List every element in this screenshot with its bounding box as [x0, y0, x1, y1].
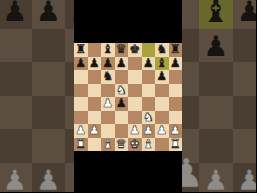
bg-square [233, 29, 257, 63]
square-f7: ♟ [142, 57, 156, 71]
square-g2: ♟ [155, 124, 169, 138]
letterbox-bottom [74, 151, 182, 192]
square-g1 [155, 138, 169, 152]
black-pawn-g6: ♟ [156, 70, 167, 84]
bg-black-pawn-icon: ♟ [199, 31, 233, 65]
square-h4 [169, 97, 183, 111]
square-a6 [74, 70, 88, 84]
bg-square [0, 129, 32, 163]
square-f5 [142, 84, 156, 98]
square-b1 [88, 138, 102, 152]
square-b5 [88, 84, 102, 98]
white-bishop-f1: ♝ [143, 137, 154, 151]
square-c1: ♝ [101, 138, 115, 152]
black-pawn-b7: ♟ [89, 56, 100, 70]
square-a4 [74, 97, 88, 111]
square-g5 [155, 84, 169, 98]
square-d1: ♛ [115, 138, 129, 152]
square-b7: ♟ [88, 57, 102, 71]
bg-square [0, 29, 32, 63]
bg-square [233, 62, 257, 96]
white-rook-a1: ♜ [75, 137, 86, 151]
bg-square [32, 62, 66, 96]
square-d7: ♟ [115, 57, 129, 71]
square-b2: ♟ [88, 124, 102, 138]
bg-square [0, 96, 32, 130]
square-f1: ♝ [142, 138, 156, 152]
bg-square [233, 96, 257, 130]
white-pawn-c4: ♟ [102, 97, 113, 111]
video-strip[interactable]: ♜♝♛♚♞♜♟♟♟♟♟♝♟♞♟♞♟♟♞♟♟♟♟♟♟♜♝♛♚♝♜ [74, 0, 182, 192]
square-c3 [101, 111, 115, 125]
white-queen-d1: ♛ [116, 137, 127, 151]
bg-square [32, 29, 66, 63]
square-a5 [74, 84, 88, 98]
black-pawn-d7: ♟ [116, 56, 127, 70]
black-pawn-c7: ♟ [102, 56, 113, 70]
square-e1: ♚ [128, 138, 142, 152]
square-e6 [128, 70, 142, 84]
bg-square [0, 62, 32, 96]
square-e5 [128, 84, 142, 98]
black-queen-d8: ♛ [116, 43, 127, 57]
square-h5 [169, 84, 183, 98]
square-e8: ♚ [128, 43, 142, 57]
white-knight-d5: ♞ [116, 83, 127, 97]
bg-square [199, 62, 233, 96]
bg-square [32, 129, 66, 163]
square-g6: ♟ [155, 70, 169, 84]
bg-gray-pawn-icon: ♟ [199, 165, 233, 193]
bg-black-pawn-icon: ♟ [32, 0, 66, 29]
bg-black-bishop-icon: ♝ [199, 0, 233, 29]
black-pawn-d4: ♟ [116, 97, 127, 111]
square-d4: ♟ [115, 97, 129, 111]
bg-black-pawn-icon: ♟ [0, 0, 32, 29]
black-pawn-h7: ♟ [170, 56, 181, 70]
bg-gray-pawn-icon: ♟ [233, 165, 257, 193]
chess-board: ♜♝♛♚♞♜♟♟♟♟♟♝♟♞♟♞♟♟♞♟♟♟♟♟♟♜♝♛♚♝♜ [74, 43, 182, 151]
black-king-e8: ♚ [129, 43, 140, 57]
white-rook-h1: ♜ [170, 137, 181, 151]
square-h7: ♟ [169, 57, 183, 71]
square-b4 [88, 97, 102, 111]
square-e7 [128, 57, 142, 71]
square-f6 [142, 70, 156, 84]
bg-square [233, 129, 257, 163]
square-c6: ♞ [101, 70, 115, 84]
white-pawn-b2: ♟ [89, 124, 100, 138]
bg-black-pawn-icon: ♟ [233, 0, 257, 29]
black-knight-c6: ♞ [102, 70, 113, 84]
black-pawn-a7: ♟ [75, 56, 86, 70]
white-pawn-a2: ♟ [75, 124, 86, 138]
square-b6 [88, 70, 102, 84]
bg-square [32, 96, 66, 130]
black-bishop-c8: ♝ [102, 43, 113, 57]
white-pawn-h2: ♟ [170, 124, 181, 138]
square-a1: ♜ [74, 138, 88, 152]
white-pawn-f2: ♟ [143, 124, 154, 138]
bg-square [199, 96, 233, 130]
black-bishop-g7: ♝ [156, 56, 167, 70]
square-e4 [128, 97, 142, 111]
white-pawn-e2: ♟ [129, 124, 140, 138]
square-h6 [169, 70, 183, 84]
bg-gray-pawn-icon: ♟ [0, 165, 32, 193]
video-frame: ♟♟♟♝♟♟♟♟♟♟♟ ♜♝♛♚♞♜♟♟♟♟♟♝♟♞♟♞♟♟♞♟♟♟♟♟♟♜♝♛… [0, 0, 256, 192]
black-rook-a8: ♜ [75, 43, 86, 57]
white-bishop-c1: ♝ [102, 137, 113, 151]
black-pawn-f7: ♟ [143, 56, 154, 70]
square-h1: ♜ [169, 138, 183, 152]
square-c4: ♟ [101, 97, 115, 111]
white-pawn-g2: ♟ [156, 124, 167, 138]
white-knight-f3: ♞ [143, 110, 154, 124]
black-rook-h8: ♜ [170, 43, 181, 57]
black-knight-g8: ♞ [156, 43, 167, 57]
square-g4 [155, 97, 169, 111]
square-d3 [115, 111, 129, 125]
bg-gray-pawn-icon: ♟ [32, 165, 66, 193]
white-king-e1: ♚ [129, 137, 140, 151]
square-a7: ♟ [74, 57, 88, 71]
letterbox-top [74, 0, 182, 43]
